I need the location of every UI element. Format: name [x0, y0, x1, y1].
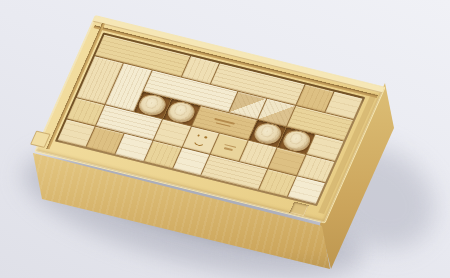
photo-scene — [0, 0, 450, 278]
brand-stamp-line — [224, 147, 233, 151]
lid-notch — [289, 202, 308, 217]
smiley-mouth — [192, 137, 208, 148]
